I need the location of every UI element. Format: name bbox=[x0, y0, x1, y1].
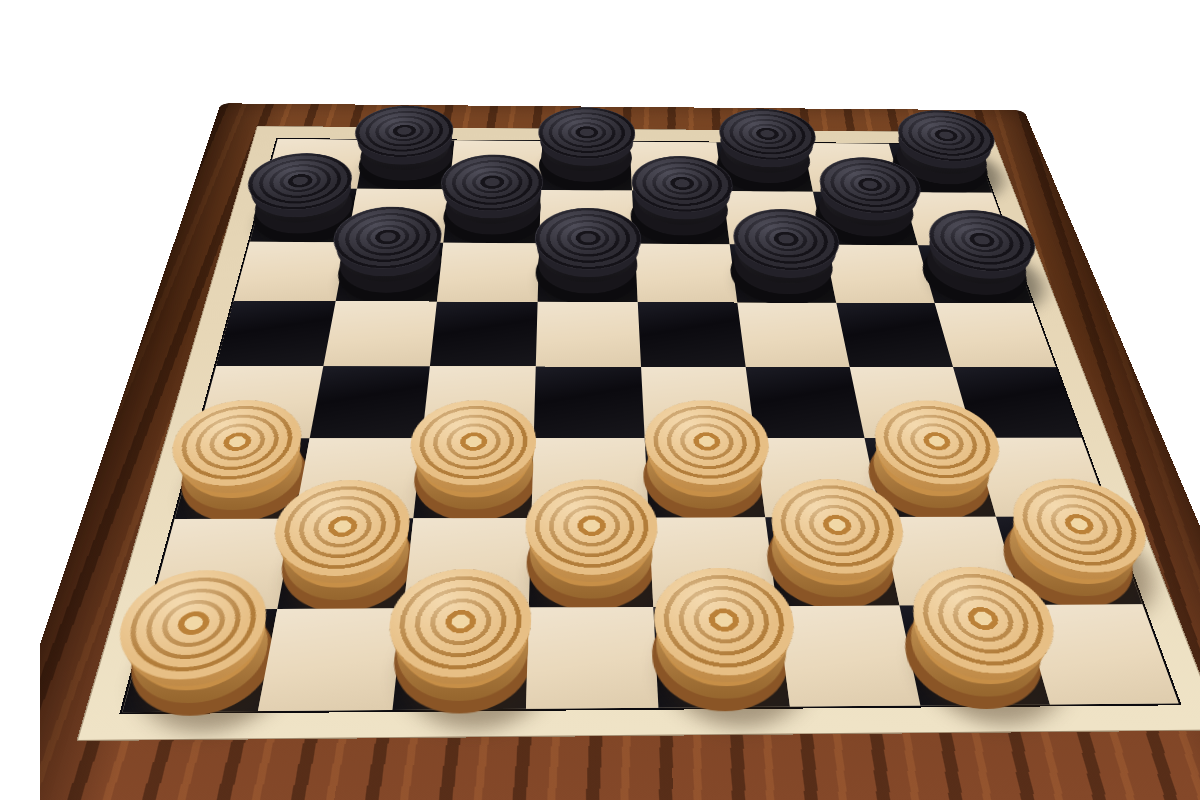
square-r7c2[interactable] bbox=[277, 518, 413, 609]
white-checker[interactable] bbox=[765, 517, 899, 606]
square-r7c4[interactable] bbox=[529, 518, 653, 608]
black-checker[interactable] bbox=[443, 189, 541, 243]
square-r8c4 bbox=[526, 607, 658, 709]
square-r4c7[interactable] bbox=[836, 303, 953, 367]
square-r8c5[interactable] bbox=[653, 606, 790, 707]
square-r3c2[interactable] bbox=[336, 242, 444, 301]
square-r8c2 bbox=[258, 608, 404, 711]
black-checker[interactable] bbox=[730, 244, 837, 303]
square-r2c3[interactable] bbox=[443, 189, 541, 243]
square-r7c6[interactable] bbox=[765, 517, 899, 606]
square-r6c5[interactable] bbox=[645, 438, 766, 518]
square-r4c1[interactable] bbox=[216, 301, 336, 366]
white-checker[interactable] bbox=[653, 606, 790, 707]
square-r4c4 bbox=[536, 302, 641, 367]
square-r5c4[interactable] bbox=[534, 366, 645, 438]
square-r8c6 bbox=[777, 606, 921, 707]
white-checker[interactable] bbox=[392, 608, 528, 710]
board-margin bbox=[76, 126, 1200, 741]
black-checker[interactable] bbox=[538, 243, 638, 302]
white-checker[interactable] bbox=[277, 518, 413, 609]
page-title: Wooden checkers board with pieces in the… bbox=[40, 16, 41, 17]
board-grid bbox=[119, 138, 1181, 714]
square-r6c3[interactable] bbox=[413, 438, 533, 518]
square-r3c8[interactable] bbox=[918, 245, 1033, 303]
white-checker[interactable] bbox=[645, 438, 766, 518]
white-checker[interactable] bbox=[122, 609, 277, 712]
square-r3c6[interactable] bbox=[730, 244, 837, 303]
square-r4c5[interactable] bbox=[638, 302, 746, 367]
white-checker[interactable] bbox=[413, 438, 533, 518]
square-r1c4[interactable] bbox=[541, 141, 632, 190]
square-r4c6 bbox=[737, 303, 849, 367]
black-checker[interactable] bbox=[918, 245, 1033, 303]
white-checker[interactable] bbox=[900, 605, 1050, 706]
square-r5c2[interactable] bbox=[310, 366, 430, 438]
black-checker[interactable] bbox=[632, 190, 730, 244]
square-r4c8 bbox=[935, 303, 1056, 367]
square-r8c7[interactable] bbox=[900, 605, 1050, 706]
checkers-board bbox=[40, 103, 1200, 800]
white-checker[interactable] bbox=[529, 518, 653, 608]
square-r4c2 bbox=[323, 301, 437, 366]
black-checker[interactable] bbox=[336, 242, 444, 301]
square-r8c3[interactable] bbox=[392, 608, 528, 710]
square-r3c7 bbox=[824, 245, 935, 303]
square-r3c1 bbox=[234, 242, 347, 301]
square-r3c4[interactable] bbox=[538, 243, 638, 302]
square-r5c6[interactable] bbox=[746, 367, 865, 438]
square-r4c3[interactable] bbox=[430, 302, 538, 367]
square-r3c5 bbox=[635, 244, 738, 303]
photo-background: Wooden checkers board with pieces in the… bbox=[40, 16, 1200, 800]
square-r3c3 bbox=[437, 243, 539, 302]
black-checker[interactable] bbox=[541, 141, 632, 190]
square-r8c1[interactable] bbox=[122, 609, 277, 712]
square-r2c5[interactable] bbox=[632, 190, 730, 244]
